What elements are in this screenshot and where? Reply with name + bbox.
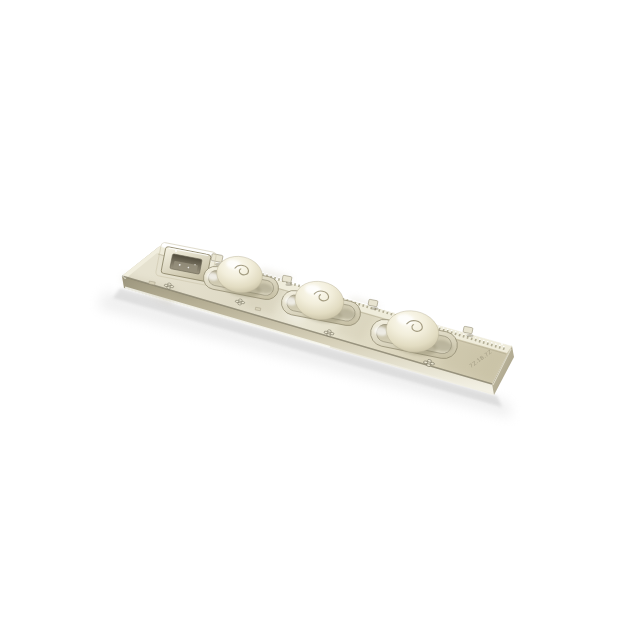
led-module-render: LED light module bar with three dome len… (0, 0, 640, 640)
product-photo-canvas: LED light module bar with three dome len… (0, 0, 640, 640)
